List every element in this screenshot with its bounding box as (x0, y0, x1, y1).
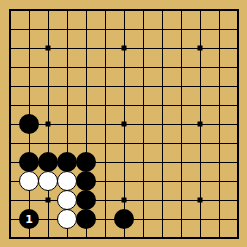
white-stone (57, 190, 77, 210)
go-diagram: 1 (0, 0, 247, 247)
star-point (198, 46, 203, 51)
white-stone (38, 171, 58, 191)
black-stone (76, 209, 96, 229)
black-stone (38, 152, 58, 172)
go-board[interactable]: 1 (0, 0, 247, 247)
star-point (122, 198, 127, 203)
star-point (198, 198, 203, 203)
white-stone (57, 171, 77, 191)
black-stone (76, 152, 96, 172)
black-stone (57, 152, 77, 172)
black-stone: 1 (19, 209, 39, 229)
black-stone (76, 171, 96, 191)
star-point (122, 46, 127, 51)
white-stone (19, 171, 39, 191)
star-point (198, 122, 203, 127)
black-stone (76, 190, 96, 210)
star-point (122, 122, 127, 127)
star-point (46, 122, 51, 127)
black-stone (19, 152, 39, 172)
star-point (46, 198, 51, 203)
black-stone (19, 114, 39, 134)
star-point (46, 46, 51, 51)
black-stone (114, 209, 134, 229)
white-stone (57, 209, 77, 229)
